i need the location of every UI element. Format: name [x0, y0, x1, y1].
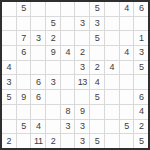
cell-r10c6[interactable]: 3	[75, 134, 89, 148]
cell-r5c6[interactable]: 3	[75, 61, 89, 75]
cell-r8c3[interactable]	[31, 105, 45, 119]
cell-r2c8[interactable]	[105, 17, 119, 31]
cell-r4c10[interactable]: 3	[134, 46, 148, 60]
cell-r1c3[interactable]	[31, 2, 45, 16]
cell-r9c4[interactable]	[46, 120, 60, 134]
cell-r5c2[interactable]	[17, 61, 31, 75]
cell-r10c8[interactable]	[105, 134, 119, 148]
cell-r5c9[interactable]	[120, 61, 134, 75]
cell-r3c2[interactable]: 7	[17, 31, 31, 45]
cell-r6c7[interactable]: 4	[90, 75, 104, 89]
cell-r5c3[interactable]	[31, 61, 45, 75]
cell-r6c4[interactable]: 3	[46, 75, 60, 89]
cell-r7c4[interactable]	[46, 90, 60, 104]
cell-r7c6[interactable]	[75, 90, 89, 104]
cell-r5c10[interactable]: 5	[134, 61, 148, 75]
cell-r9c1[interactable]	[2, 120, 16, 134]
cell-r1c5[interactable]	[61, 2, 75, 16]
cell-r3c6[interactable]	[75, 31, 89, 45]
cell-r3c9[interactable]	[120, 31, 134, 45]
cell-r2c1[interactable]	[2, 17, 16, 31]
cell-r1c6[interactable]	[75, 2, 89, 16]
cell-r4c8[interactable]	[105, 46, 119, 60]
cell-r8c9[interactable]	[120, 105, 134, 119]
cell-r4c6[interactable]: 2	[75, 46, 89, 60]
cell-r7c5[interactable]	[61, 90, 75, 104]
cell-r10c3[interactable]: 11	[31, 134, 45, 148]
cell-r9c8[interactable]	[105, 120, 119, 134]
cell-r6c9[interactable]	[120, 75, 134, 89]
cell-r1c4[interactable]	[46, 2, 60, 16]
cell-r10c5[interactable]	[61, 134, 75, 148]
cell-r7c8[interactable]	[105, 90, 119, 104]
cell-r8c5[interactable]: 8	[61, 105, 75, 119]
cell-r5c8[interactable]: 4	[105, 61, 119, 75]
cell-r8c2[interactable]	[17, 105, 31, 119]
cell-r3c5[interactable]	[61, 31, 75, 45]
cell-r7c1[interactable]: 5	[2, 90, 16, 104]
cell-r6c2[interactable]	[17, 75, 31, 89]
cell-r1c8[interactable]	[105, 2, 119, 16]
cell-r1c10[interactable]: 6	[134, 2, 148, 16]
cell-r3c3[interactable]: 3	[31, 31, 45, 45]
cell-r2c7[interactable]: 3	[90, 17, 104, 31]
cell-r2c2[interactable]	[17, 17, 31, 31]
cell-r9c6[interactable]: 3	[75, 120, 89, 134]
cell-r9c5[interactable]: 3	[61, 120, 75, 134]
cell-r1c1[interactable]	[2, 2, 16, 16]
cell-r4c7[interactable]	[90, 46, 104, 60]
cell-r8c8[interactable]	[105, 105, 119, 119]
cell-r8c7[interactable]	[90, 105, 104, 119]
cell-r2c3[interactable]	[31, 17, 45, 31]
cell-r2c4[interactable]: 5	[46, 17, 60, 31]
cell-r7c3[interactable]: 6	[31, 90, 45, 104]
cell-r7c9[interactable]	[120, 90, 134, 104]
cell-r1c7[interactable]: 5	[90, 2, 104, 16]
cell-r9c3[interactable]: 4	[31, 120, 45, 134]
cell-r8c10[interactable]: 4	[134, 105, 148, 119]
cell-r6c1[interactable]: 3	[2, 75, 16, 89]
cell-r4c3[interactable]	[31, 46, 45, 60]
cell-r9c2[interactable]: 5	[17, 120, 31, 134]
cell-r6c6[interactable]: 13	[75, 75, 89, 89]
cell-r3c4[interactable]: 2	[46, 31, 60, 45]
cell-r2c10[interactable]	[134, 17, 148, 31]
cell-r3c8[interactable]	[105, 31, 119, 45]
cell-r8c4[interactable]	[46, 105, 60, 119]
cell-r6c10[interactable]	[134, 75, 148, 89]
cell-r4c4[interactable]: 9	[46, 46, 60, 60]
cell-r5c1[interactable]: 4	[2, 61, 16, 75]
cell-r4c1[interactable]	[2, 46, 16, 60]
cell-r2c5[interactable]	[61, 17, 75, 31]
cell-r8c6[interactable]: 9	[75, 105, 89, 119]
cell-r9c10[interactable]: 2	[134, 120, 148, 134]
cell-r7c10[interactable]: 6	[134, 90, 148, 104]
cell-r2c6[interactable]: 3	[75, 17, 89, 31]
cell-r9c7[interactable]	[90, 120, 104, 134]
cell-r6c3[interactable]: 6	[31, 75, 45, 89]
cell-r5c4[interactable]	[46, 61, 60, 75]
cell-r2c9[interactable]	[120, 17, 134, 31]
puzzle-board: 5546533732516942434324536313459656894543…	[0, 0, 150, 150]
cell-r3c1[interactable]	[2, 31, 16, 45]
cell-r3c10[interactable]: 1	[134, 31, 148, 45]
cell-r10c4[interactable]: 2	[46, 134, 60, 148]
cell-r3c7[interactable]: 5	[90, 31, 104, 45]
cell-r4c2[interactable]: 6	[17, 46, 31, 60]
cell-r5c7[interactable]: 2	[90, 61, 104, 75]
cell-r8c1[interactable]	[2, 105, 16, 119]
cell-r10c10[interactable]: 5	[134, 134, 148, 148]
cell-r10c1[interactable]: 2	[2, 134, 16, 148]
cell-r9c9[interactable]: 5	[120, 120, 134, 134]
cell-r4c9[interactable]: 4	[120, 46, 134, 60]
cell-r1c9[interactable]: 4	[120, 2, 134, 16]
cell-r10c2[interactable]	[17, 134, 31, 148]
cell-r7c7[interactable]: 5	[90, 90, 104, 104]
cell-r7c2[interactable]: 9	[17, 90, 31, 104]
cell-r6c8[interactable]	[105, 75, 119, 89]
cell-r5c5[interactable]	[61, 61, 75, 75]
cell-r6c5[interactable]	[61, 75, 75, 89]
cell-r1c2[interactable]: 5	[17, 2, 31, 16]
cell-r4c5[interactable]: 4	[61, 46, 75, 60]
cell-r10c7[interactable]: 5	[90, 134, 104, 148]
cell-r10c9[interactable]	[120, 134, 134, 148]
